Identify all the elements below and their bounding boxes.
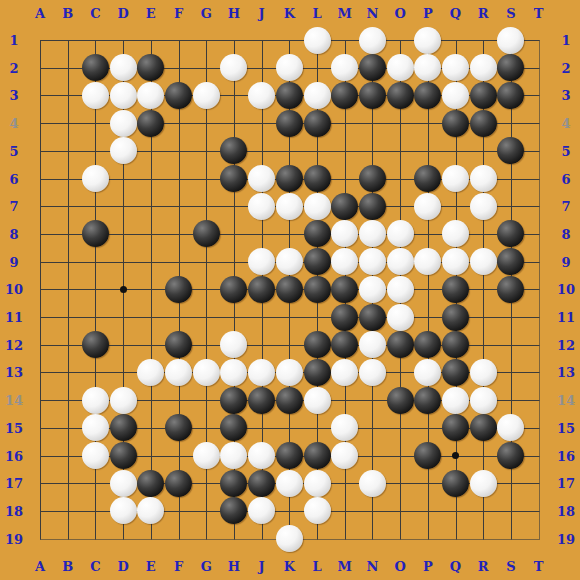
black-stone-S5 (497, 137, 524, 164)
white-stone-D14 (110, 387, 137, 414)
black-stone-N7 (359, 193, 386, 220)
black-stone-L9 (304, 248, 331, 275)
black-stone-D15 (110, 414, 137, 441)
black-stone-N2 (359, 54, 386, 81)
black-stone-F12 (165, 331, 192, 358)
white-stone-Q2 (442, 54, 469, 81)
black-stone-F10 (165, 276, 192, 303)
black-stone-Q13 (442, 359, 469, 386)
white-stone-R7 (470, 193, 497, 220)
black-stone-C2 (82, 54, 109, 81)
black-stone-K6 (276, 165, 303, 192)
white-stone-G3 (193, 82, 220, 109)
white-stone-N1 (359, 27, 386, 54)
black-stone-K14 (276, 387, 303, 414)
white-stone-P9 (414, 248, 441, 275)
black-stone-M10 (331, 276, 358, 303)
white-stone-N12 (359, 331, 386, 358)
black-stone-N6 (359, 165, 386, 192)
black-stone-Q12 (442, 331, 469, 358)
white-stone-M2 (331, 54, 358, 81)
black-stone-S3 (497, 82, 524, 109)
black-stone-J14 (248, 387, 275, 414)
white-stone-H2 (220, 54, 247, 81)
black-stone-F3 (165, 82, 192, 109)
black-stone-L13 (304, 359, 331, 386)
star-point-D10 (120, 286, 127, 293)
black-stone-Q15 (442, 414, 469, 441)
white-stone-J13 (248, 359, 275, 386)
black-stone-J17 (248, 470, 275, 497)
white-stone-J3 (248, 82, 275, 109)
white-stone-J7 (248, 193, 275, 220)
black-stone-Q10 (442, 276, 469, 303)
white-stone-C14 (82, 387, 109, 414)
white-stone-Q8 (442, 220, 469, 247)
white-stone-J9 (248, 248, 275, 275)
white-stone-J16 (248, 442, 275, 469)
white-stone-P1 (414, 27, 441, 54)
black-stone-R3 (470, 82, 497, 109)
white-stone-L17 (304, 470, 331, 497)
white-stone-R17 (470, 470, 497, 497)
black-stone-L6 (304, 165, 331, 192)
white-stone-G13 (193, 359, 220, 386)
black-stone-K16 (276, 442, 303, 469)
black-stone-K4 (276, 110, 303, 137)
white-stone-P7 (414, 193, 441, 220)
white-stone-Q14 (442, 387, 469, 414)
black-stone-O14 (387, 387, 414, 414)
white-stone-L7 (304, 193, 331, 220)
black-stone-K10 (276, 276, 303, 303)
white-stone-R6 (470, 165, 497, 192)
black-stone-H5 (220, 137, 247, 164)
black-stone-H10 (220, 276, 247, 303)
white-stone-Q6 (442, 165, 469, 192)
white-stone-N9 (359, 248, 386, 275)
white-stone-S15 (497, 414, 524, 441)
black-stone-H18 (220, 497, 247, 524)
white-stone-D5 (110, 137, 137, 164)
white-stone-H13 (220, 359, 247, 386)
white-stone-D17 (110, 470, 137, 497)
black-stone-E17 (137, 470, 164, 497)
white-stone-D2 (110, 54, 137, 81)
white-stone-K9 (276, 248, 303, 275)
white-stone-N10 (359, 276, 386, 303)
black-stone-P16 (414, 442, 441, 469)
white-stone-M9 (331, 248, 358, 275)
black-stone-D16 (110, 442, 137, 469)
white-stone-C16 (82, 442, 109, 469)
white-stone-L18 (304, 497, 331, 524)
white-stone-D18 (110, 497, 137, 524)
black-stone-S2 (497, 54, 524, 81)
black-stone-H15 (220, 414, 247, 441)
white-stone-M8 (331, 220, 358, 247)
black-stone-F17 (165, 470, 192, 497)
white-stone-C15 (82, 414, 109, 441)
star-point-Q16 (452, 452, 459, 459)
stones-layer (0, 0, 580, 580)
white-stone-E3 (137, 82, 164, 109)
black-stone-H17 (220, 470, 247, 497)
black-stone-O12 (387, 331, 414, 358)
white-stone-P2 (414, 54, 441, 81)
white-stone-O9 (387, 248, 414, 275)
black-stone-M7 (331, 193, 358, 220)
white-stone-J6 (248, 165, 275, 192)
white-stone-M13 (331, 359, 358, 386)
white-stone-K17 (276, 470, 303, 497)
black-stone-S8 (497, 220, 524, 247)
go-board-screenshot: AABBCCDDEEFFGGHHJJKKLLMMNNOOPPQQRRSSTT11… (0, 0, 580, 580)
white-stone-H12 (220, 331, 247, 358)
white-stone-D4 (110, 110, 137, 137)
white-stone-O11 (387, 304, 414, 331)
white-stone-Q3 (442, 82, 469, 109)
black-stone-O3 (387, 82, 414, 109)
black-stone-C12 (82, 331, 109, 358)
white-stone-L14 (304, 387, 331, 414)
white-stone-K13 (276, 359, 303, 386)
black-stone-P6 (414, 165, 441, 192)
black-stone-S16 (497, 442, 524, 469)
white-stone-K19 (276, 525, 303, 552)
black-stone-S10 (497, 276, 524, 303)
black-stone-E4 (137, 110, 164, 137)
white-stone-R9 (470, 248, 497, 275)
white-stone-C6 (82, 165, 109, 192)
white-stone-R13 (470, 359, 497, 386)
black-stone-L4 (304, 110, 331, 137)
black-stone-R15 (470, 414, 497, 441)
white-stone-K2 (276, 54, 303, 81)
white-stone-N8 (359, 220, 386, 247)
white-stone-M15 (331, 414, 358, 441)
white-stone-S1 (497, 27, 524, 54)
white-stone-D3 (110, 82, 137, 109)
white-stone-K7 (276, 193, 303, 220)
black-stone-N11 (359, 304, 386, 331)
white-stone-J18 (248, 497, 275, 524)
white-stone-L1 (304, 27, 331, 54)
white-stone-E18 (137, 497, 164, 524)
black-stone-M11 (331, 304, 358, 331)
white-stone-M16 (331, 442, 358, 469)
white-stone-O8 (387, 220, 414, 247)
black-stone-P12 (414, 331, 441, 358)
black-stone-F15 (165, 414, 192, 441)
black-stone-L12 (304, 331, 331, 358)
black-stone-J10 (248, 276, 275, 303)
white-stone-G16 (193, 442, 220, 469)
black-stone-H6 (220, 165, 247, 192)
white-stone-C3 (82, 82, 109, 109)
white-stone-H16 (220, 442, 247, 469)
black-stone-L8 (304, 220, 331, 247)
black-stone-Q4 (442, 110, 469, 137)
black-stone-P14 (414, 387, 441, 414)
white-stone-P13 (414, 359, 441, 386)
black-stone-R4 (470, 110, 497, 137)
white-stone-O10 (387, 276, 414, 303)
white-stone-R2 (470, 54, 497, 81)
black-stone-E2 (137, 54, 164, 81)
white-stone-E13 (137, 359, 164, 386)
black-stone-Q17 (442, 470, 469, 497)
black-stone-L16 (304, 442, 331, 469)
white-stone-N17 (359, 470, 386, 497)
black-stone-L10 (304, 276, 331, 303)
white-stone-O2 (387, 54, 414, 81)
black-stone-Q11 (442, 304, 469, 331)
black-stone-P3 (414, 82, 441, 109)
white-stone-N13 (359, 359, 386, 386)
black-stone-H14 (220, 387, 247, 414)
black-stone-S9 (497, 248, 524, 275)
black-stone-N3 (359, 82, 386, 109)
white-stone-F13 (165, 359, 192, 386)
black-stone-M12 (331, 331, 358, 358)
white-stone-Q9 (442, 248, 469, 275)
black-stone-M3 (331, 82, 358, 109)
white-stone-L3 (304, 82, 331, 109)
black-stone-G8 (193, 220, 220, 247)
white-stone-R14 (470, 387, 497, 414)
black-stone-C8 (82, 220, 109, 247)
black-stone-K3 (276, 82, 303, 109)
